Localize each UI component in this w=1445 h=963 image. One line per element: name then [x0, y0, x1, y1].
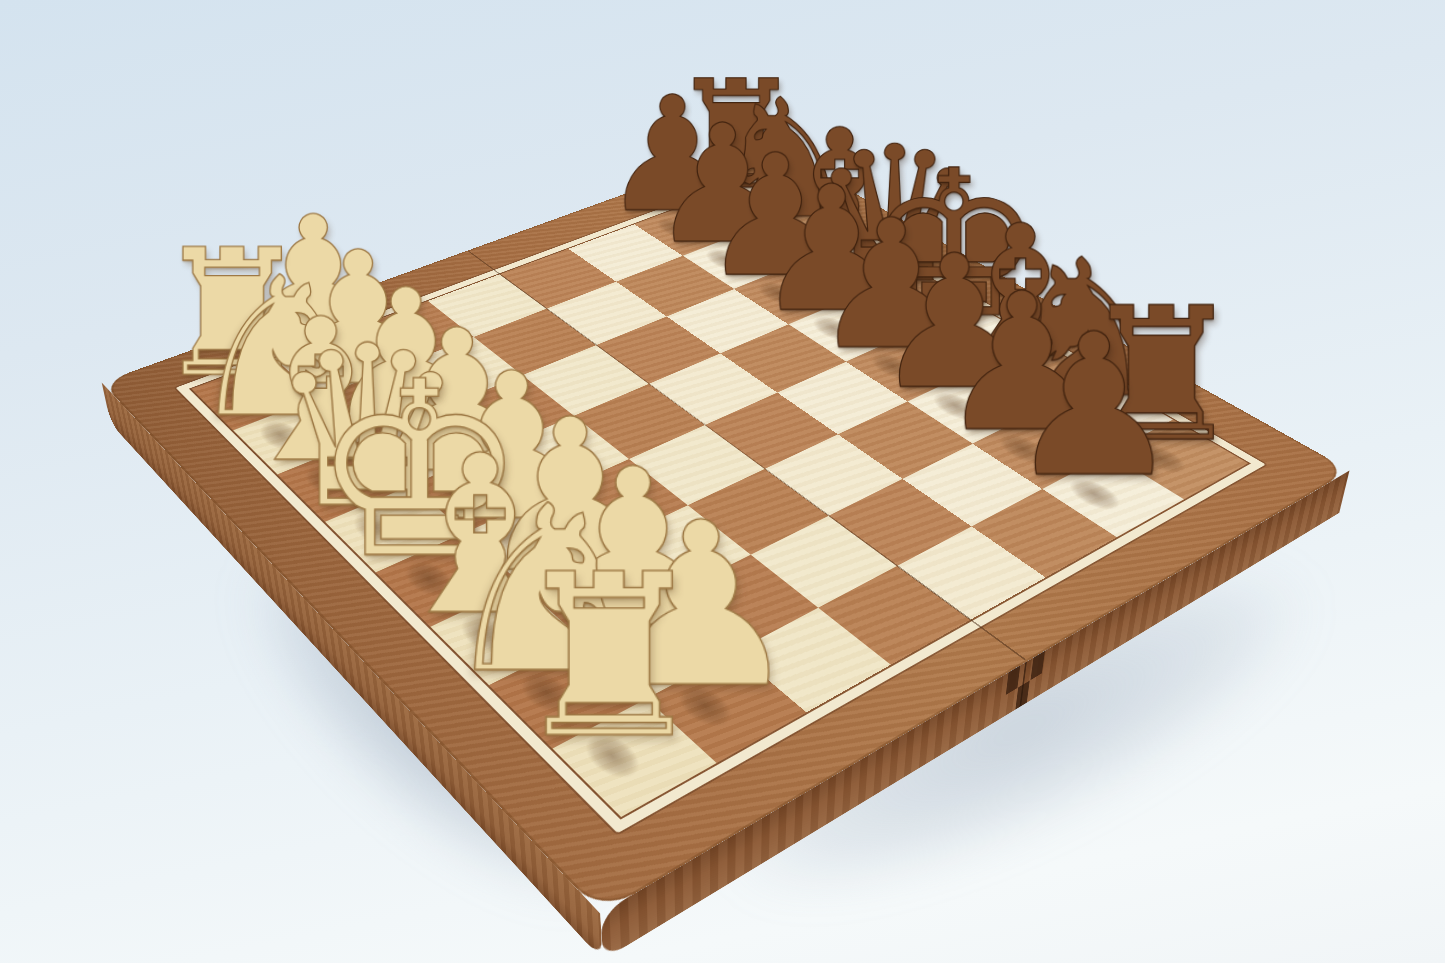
chess-board: ♜♞♝♛♚♝♞♜♟♟♟♟♟♟♟♟♟♟♟♟♟♟♟♟♜♞♝♛♚♝♞♜: [102, 143, 1350, 914]
photo-backdrop: { "game": "chess", "position": "rnbqkbnr…: [0, 0, 1445, 963]
square-h1: ♜: [552, 699, 716, 817]
board-squares: ♜♞♝♛♚♝♞♜♟♟♟♟♟♟♟♟♟♟♟♟♟♟♟♟♜♞♝♛♚♝♞♜: [192, 178, 1248, 817]
scene: ♜♞♝♛♚♝♞♜♟♟♟♟♟♟♟♟♟♟♟♟♟♟♟♟♜♞♝♛♚♝♞♜: [0, 0, 1445, 963]
piece-black-pawn: ♟: [898, 308, 1290, 504]
piece-white-rook: ♜: [385, 545, 833, 769]
